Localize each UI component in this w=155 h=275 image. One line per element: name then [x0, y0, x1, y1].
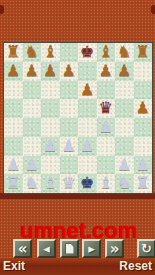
last-move-button[interactable]: »	[105, 239, 124, 258]
square-d3[interactable]: ♟	[60, 137, 79, 156]
page-icon	[66, 244, 74, 254]
square-a8[interactable]: ♜	[4, 43, 23, 62]
square-c6[interactable]	[41, 81, 60, 100]
square-e2[interactable]	[78, 156, 97, 175]
right-arrow: ▸	[88, 242, 95, 255]
piece-wp: ♟	[115, 156, 134, 175]
square-d2[interactable]	[60, 156, 79, 175]
square-h7[interactable]	[134, 62, 153, 81]
square-f2[interactable]	[97, 156, 116, 175]
flip-board-button[interactable]: ↻	[137, 239, 155, 258]
piece-wb: ♝	[41, 174, 60, 193]
square-e3[interactable]: ♟	[78, 137, 97, 156]
square-b3[interactable]	[23, 137, 42, 156]
square-g3[interactable]	[115, 137, 134, 156]
square-h3[interactable]	[134, 137, 153, 156]
piece-bp: ♟	[78, 81, 97, 100]
square-h1[interactable]: ♜	[134, 174, 153, 193]
piece-bn: ♞	[115, 43, 134, 62]
square-c7[interactable]: ♟	[41, 62, 60, 81]
square-c1[interactable]: ♝	[41, 174, 60, 193]
piece-bb: ♝	[41, 43, 60, 62]
square-a4[interactable]	[4, 118, 23, 137]
square-e4[interactable]	[78, 118, 97, 137]
square-h2[interactable]: ♟	[134, 156, 153, 175]
piece-bp: ♟	[60, 62, 79, 81]
square-g1[interactable]: ♞	[115, 174, 134, 193]
square-h8[interactable]: ♜	[134, 43, 153, 62]
square-f8[interactable]: ♝	[97, 43, 116, 62]
piece-wn: ♞	[23, 174, 42, 193]
screen-corner-right	[151, 5, 155, 14]
softkey-bar: Exit Reset	[0, 258, 155, 275]
piece-bb: ♝	[97, 43, 116, 62]
piece-br: ♜	[134, 43, 153, 62]
square-e6[interactable]: ♟	[78, 81, 97, 100]
square-h6[interactable]	[134, 81, 153, 100]
piece-wr: ♜	[134, 174, 153, 193]
square-c2[interactable]	[41, 156, 60, 175]
square-f4[interactable]: ♟	[97, 118, 116, 137]
top-background-band	[0, 0, 155, 42]
piece-bq: ♛	[97, 99, 116, 118]
square-f6[interactable]	[97, 81, 116, 100]
square-f3[interactable]	[97, 137, 116, 156]
square-e5[interactable]	[78, 99, 97, 118]
square-d6[interactable]	[60, 81, 79, 100]
square-d8[interactable]	[60, 43, 79, 62]
square-b4[interactable]	[23, 118, 42, 137]
move-list-button[interactable]	[60, 239, 79, 258]
square-a2[interactable]: ♟	[4, 156, 23, 175]
square-a6[interactable]	[4, 81, 23, 100]
piece-wp: ♟	[60, 137, 79, 156]
piece-bp: ♟	[41, 62, 60, 81]
square-f5[interactable]: ♛	[97, 99, 116, 118]
square-g4[interactable]	[115, 118, 134, 137]
piece-wr: ♜	[4, 174, 23, 193]
next-move-button[interactable]: ▸	[82, 239, 101, 258]
square-f1[interactable]: ♝	[97, 174, 116, 193]
piece-br: ♜	[4, 43, 23, 62]
square-h4[interactable]	[134, 118, 153, 137]
app-screen: ♜♞♝♚♝♞♜♟♟♟♟♟♟♟♛♟♟♟♟♟♟♟♟♟♜♞♝♛♚♝♞♜ «◂▸»↻ u…	[0, 0, 155, 275]
square-d7[interactable]: ♟	[60, 62, 79, 81]
square-a3[interactable]	[4, 137, 23, 156]
piece-wk: ♚	[78, 174, 97, 193]
chess-board: ♜♞♝♚♝♞♜♟♟♟♟♟♟♟♛♟♟♟♟♟♟♟♟♟♜♞♝♛♚♝♞♜	[3, 42, 153, 194]
square-f7[interactable]: ♟	[97, 62, 116, 81]
square-g6[interactable]	[115, 81, 134, 100]
square-b5[interactable]	[23, 99, 42, 118]
piece-bp: ♟	[115, 62, 134, 81]
previous-move-button[interactable]: ◂	[37, 239, 56, 258]
piece-wp: ♟	[97, 118, 116, 137]
square-b2[interactable]: ♟	[23, 156, 42, 175]
square-c5[interactable]	[41, 99, 60, 118]
double-right-arrow: »	[110, 242, 120, 256]
square-h5[interactable]: ♟	[134, 99, 153, 118]
double-left-arrow: «	[18, 242, 28, 256]
square-g8[interactable]: ♞	[115, 43, 134, 62]
piece-wp: ♟	[78, 137, 97, 156]
piece-wq: ♛	[60, 174, 79, 193]
piece-bk: ♚	[78, 43, 97, 62]
square-a5[interactable]	[4, 99, 23, 118]
square-c4[interactable]	[41, 118, 60, 137]
reset-softkey[interactable]: Reset	[119, 258, 152, 275]
square-g7[interactable]: ♟	[115, 62, 134, 81]
piece-bp: ♟	[97, 62, 116, 81]
square-b6[interactable]	[23, 81, 42, 100]
square-d5[interactable]	[60, 99, 79, 118]
square-e8[interactable]: ♚	[78, 43, 97, 62]
left-arrow: ◂	[43, 242, 50, 255]
square-d1[interactable]: ♛	[60, 174, 79, 193]
square-c8[interactable]: ♝	[41, 43, 60, 62]
square-b8[interactable]: ♞	[23, 43, 42, 62]
piece-wn: ♞	[115, 174, 134, 193]
piece-wp: ♟	[41, 137, 60, 156]
piece-wp: ♟	[134, 156, 153, 175]
exit-softkey[interactable]: Exit	[3, 258, 25, 275]
square-e1[interactable]: ♚	[78, 174, 97, 193]
square-a7[interactable]: ♟	[4, 62, 23, 81]
rotate-arrow: ↻	[141, 242, 152, 255]
square-b7[interactable]: ♟	[23, 62, 42, 81]
first-move-button[interactable]: «	[13, 239, 32, 258]
piece-wb: ♝	[97, 174, 116, 193]
screen-corner-left	[0, 5, 4, 14]
piece-wp: ♟	[23, 156, 42, 175]
piece-bp: ♟	[4, 62, 23, 81]
piece-bn: ♞	[23, 43, 42, 62]
square-a1[interactable]: ♜	[4, 174, 23, 193]
piece-bp: ♟	[134, 99, 153, 118]
square-g2[interactable]: ♟	[115, 156, 134, 175]
piece-wp: ♟	[4, 156, 23, 175]
piece-bp: ♟	[23, 62, 42, 81]
square-d4[interactable]	[60, 118, 79, 137]
square-b1[interactable]: ♞	[23, 174, 42, 193]
square-e7[interactable]	[78, 62, 97, 81]
square-g5[interactable]	[115, 99, 134, 118]
square-c3[interactable]: ♟	[41, 137, 60, 156]
